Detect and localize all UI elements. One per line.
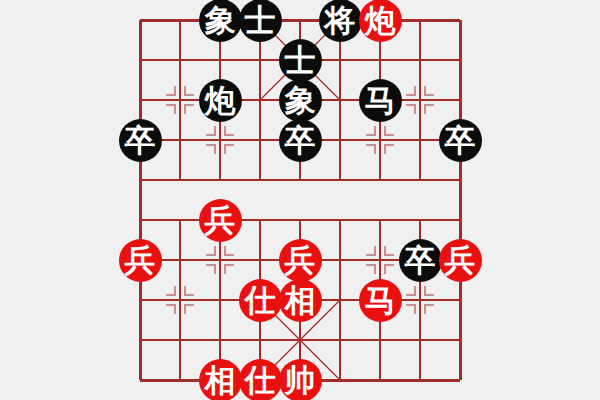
xiangqi-board: 象士将炮士炮象马卒卒卒兵兵兵卒兵仕相马相仕帅 — [0, 0, 600, 400]
piece-red-elephant[interactable]: 相 — [279, 279, 322, 322]
piece-black-elephant[interactable]: 象 — [279, 79, 322, 122]
piece-red-soldier[interactable]: 兵 — [199, 199, 242, 242]
piece-red-soldier[interactable]: 兵 — [119, 239, 162, 282]
piece-red-horse[interactable]: 马 — [359, 279, 402, 322]
piece-red-cannon[interactable]: 炮 — [359, 0, 402, 42]
piece-black-advisor[interactable]: 士 — [239, 0, 282, 42]
piece-black-soldier[interactable]: 卒 — [399, 239, 442, 282]
pieces-layer: 象士将炮士炮象马卒卒卒兵兵兵卒兵仕相马相仕帅 — [120, 0, 480, 400]
piece-black-soldier[interactable]: 卒 — [279, 119, 322, 162]
piece-red-soldier[interactable]: 兵 — [279, 239, 322, 282]
piece-red-elephant[interactable]: 相 — [199, 359, 242, 400]
piece-red-general[interactable]: 帅 — [279, 359, 322, 400]
piece-red-advisor[interactable]: 仕 — [239, 279, 282, 322]
piece-black-advisor[interactable]: 士 — [279, 39, 322, 82]
piece-black-cannon[interactable]: 炮 — [199, 79, 242, 122]
piece-black-general[interactable]: 将 — [319, 0, 362, 42]
piece-black-horse[interactable]: 马 — [359, 79, 402, 122]
piece-red-soldier[interactable]: 兵 — [439, 239, 482, 282]
piece-red-advisor[interactable]: 仕 — [239, 359, 282, 400]
piece-black-soldier[interactable]: 卒 — [439, 119, 482, 162]
piece-black-elephant[interactable]: 象 — [199, 0, 242, 42]
piece-black-soldier[interactable]: 卒 — [119, 119, 162, 162]
